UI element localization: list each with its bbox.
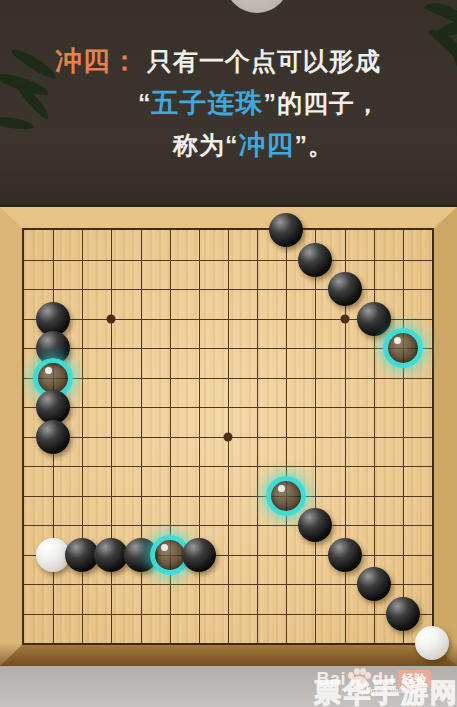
black-stone [386,597,420,631]
black-stone [269,213,303,247]
grid-line [257,230,258,643]
lesson-line-3-pre: 称为 [173,131,225,159]
star-point [107,314,116,323]
black-stone [36,420,70,454]
grid-line [315,230,316,643]
white-stone [415,626,449,660]
black-stone [182,538,216,572]
screenshot-root: 冲四：只有一个点可以形成 “五子连珠”的四子， 称为“冲四”。 Bai [0,0,457,707]
lesson-line-3-end: 。 [308,131,334,159]
highlight-winning-point[interactable] [266,476,306,516]
quote-mark: ” [295,131,309,159]
grid-line [24,466,432,467]
board-frame-shadow [0,643,457,666]
quote-mark: “ [138,89,152,117]
grid-line [24,496,432,497]
board-grid[interactable] [22,228,434,645]
black-stone [357,302,391,336]
quote-mark: “ [225,131,239,159]
lesson-highlight-2: 冲四 [239,130,295,160]
quote-mark: ” [264,89,278,117]
footer-strip: Bai du 经验 jingyan.baidu.com 票华手游网 [0,666,457,707]
lesson-line-1: 冲四：只有一个点可以形成 [0,40,457,82]
lesson-line-2-text: 的四子， [277,89,381,117]
lesson-line-3: 称为“冲四”。 [0,124,457,166]
grid-line [24,614,432,615]
black-stone [328,272,362,306]
star-point [224,432,233,441]
black-stone [298,508,332,542]
site-watermark: 票华手游网 [314,675,457,707]
grid-line [286,230,287,643]
black-stone [357,567,391,601]
grid-line [403,230,404,643]
lesson-highlight-1: 五子连珠 [152,88,264,118]
highlight-winning-point[interactable] [383,328,423,368]
lesson-line-1-text: 只有一个点可以形成 [147,47,381,75]
gomoku-board [0,207,457,666]
partial-white-stone-decoration [225,0,289,13]
lesson-text: 冲四：只有一个点可以形成 “五子连珠”的四子， 称为“冲四”。 [0,40,457,166]
star-point [340,314,349,323]
lesson-header: 冲四：只有一个点可以形成 “五子连珠”的四子， 称为“冲四”。 [0,0,457,207]
black-stone [328,538,362,572]
grid-line [24,525,432,526]
black-stone [298,243,332,277]
lesson-line-2: “五子连珠”的四子， [0,82,457,124]
lesson-term: 冲四： [55,46,139,76]
